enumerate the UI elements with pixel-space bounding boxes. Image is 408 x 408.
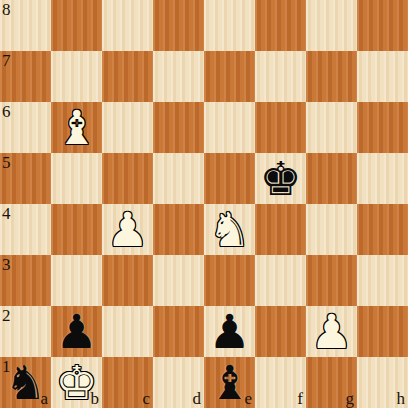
square-d3[interactable] bbox=[153, 255, 204, 306]
square-a1[interactable]: 1a♞ bbox=[0, 357, 51, 408]
square-c4[interactable]: ♟ bbox=[102, 204, 153, 255]
square-f1[interactable]: f bbox=[255, 357, 306, 408]
square-f6[interactable] bbox=[255, 102, 306, 153]
square-h6[interactable] bbox=[357, 102, 408, 153]
square-b5[interactable] bbox=[51, 153, 102, 204]
square-d1[interactable]: d bbox=[153, 357, 204, 408]
square-h7[interactable] bbox=[357, 51, 408, 102]
square-f8[interactable] bbox=[255, 0, 306, 51]
square-h8[interactable] bbox=[357, 0, 408, 51]
square-d4[interactable] bbox=[153, 204, 204, 255]
rank-label-8: 8 bbox=[2, 1, 11, 18]
square-b1[interactable]: b♚ bbox=[51, 357, 102, 408]
black-pawn[interactable]: ♟ bbox=[51, 306, 102, 357]
square-a8[interactable]: 8 bbox=[0, 0, 51, 51]
square-b3[interactable] bbox=[51, 255, 102, 306]
square-a4[interactable]: 4 bbox=[0, 204, 51, 255]
square-g4[interactable] bbox=[306, 204, 357, 255]
rank-label-7: 7 bbox=[2, 52, 11, 69]
square-e1[interactable]: e♝ bbox=[204, 357, 255, 408]
square-b6[interactable]: ♝ bbox=[51, 102, 102, 153]
square-g7[interactable] bbox=[306, 51, 357, 102]
square-e7[interactable] bbox=[204, 51, 255, 102]
square-c7[interactable] bbox=[102, 51, 153, 102]
white-pawn[interactable]: ♟ bbox=[102, 204, 153, 255]
square-g5[interactable] bbox=[306, 153, 357, 204]
square-b7[interactable] bbox=[51, 51, 102, 102]
square-g3[interactable] bbox=[306, 255, 357, 306]
square-f5[interactable]: ♚ bbox=[255, 153, 306, 204]
square-d6[interactable] bbox=[153, 102, 204, 153]
black-pawn[interactable]: ♟ bbox=[204, 306, 255, 357]
rank-label-5: 5 bbox=[2, 154, 11, 171]
rank-label-3: 3 bbox=[2, 256, 11, 273]
square-f3[interactable] bbox=[255, 255, 306, 306]
chess-board-wrapper: 876♝5♚4♟♞32♟♟♟1a♞b♚cde♝fgh bbox=[0, 0, 408, 408]
square-b2[interactable]: ♟ bbox=[51, 306, 102, 357]
rank-label-2: 2 bbox=[2, 307, 11, 324]
square-c5[interactable] bbox=[102, 153, 153, 204]
square-g2[interactable]: ♟ bbox=[306, 306, 357, 357]
square-a6[interactable]: 6 bbox=[0, 102, 51, 153]
square-f4[interactable] bbox=[255, 204, 306, 255]
square-a2[interactable]: 2 bbox=[0, 306, 51, 357]
square-h1[interactable]: h bbox=[357, 357, 408, 408]
square-e8[interactable] bbox=[204, 0, 255, 51]
white-king[interactable]: ♚ bbox=[51, 357, 102, 408]
rank-label-4: 4 bbox=[2, 205, 11, 222]
square-g8[interactable] bbox=[306, 0, 357, 51]
square-d8[interactable] bbox=[153, 0, 204, 51]
file-label-g: g bbox=[346, 390, 355, 407]
black-bishop[interactable]: ♝ bbox=[204, 357, 255, 408]
square-g6[interactable] bbox=[306, 102, 357, 153]
square-h5[interactable] bbox=[357, 153, 408, 204]
black-king[interactable]: ♚ bbox=[255, 153, 306, 204]
square-c1[interactable]: c bbox=[102, 357, 153, 408]
square-d7[interactable] bbox=[153, 51, 204, 102]
square-f2[interactable] bbox=[255, 306, 306, 357]
square-c2[interactable] bbox=[102, 306, 153, 357]
square-c6[interactable] bbox=[102, 102, 153, 153]
file-label-c: c bbox=[142, 390, 150, 407]
square-c8[interactable] bbox=[102, 0, 153, 51]
square-f7[interactable] bbox=[255, 51, 306, 102]
square-e5[interactable] bbox=[204, 153, 255, 204]
white-pawn[interactable]: ♟ bbox=[306, 306, 357, 357]
square-b4[interactable] bbox=[51, 204, 102, 255]
square-d5[interactable] bbox=[153, 153, 204, 204]
file-label-h: h bbox=[397, 390, 406, 407]
file-label-d: d bbox=[193, 390, 202, 407]
file-label-f: f bbox=[297, 390, 303, 407]
black-knight[interactable]: ♞ bbox=[0, 357, 51, 408]
rank-label-6: 6 bbox=[2, 103, 11, 120]
white-bishop[interactable]: ♝ bbox=[51, 102, 102, 153]
square-h3[interactable] bbox=[357, 255, 408, 306]
square-d2[interactable] bbox=[153, 306, 204, 357]
square-g1[interactable]: g bbox=[306, 357, 357, 408]
square-e2[interactable]: ♟ bbox=[204, 306, 255, 357]
square-a7[interactable]: 7 bbox=[0, 51, 51, 102]
square-c3[interactable] bbox=[102, 255, 153, 306]
chess-board: 876♝5♚4♟♞32♟♟♟1a♞b♚cde♝fgh bbox=[0, 0, 408, 408]
square-a3[interactable]: 3 bbox=[0, 255, 51, 306]
square-a5[interactable]: 5 bbox=[0, 153, 51, 204]
square-h2[interactable] bbox=[357, 306, 408, 357]
square-h4[interactable] bbox=[357, 204, 408, 255]
square-e4[interactable]: ♞ bbox=[204, 204, 255, 255]
square-b8[interactable] bbox=[51, 0, 102, 51]
square-e6[interactable] bbox=[204, 102, 255, 153]
square-e3[interactable] bbox=[204, 255, 255, 306]
white-knight[interactable]: ♞ bbox=[204, 204, 255, 255]
